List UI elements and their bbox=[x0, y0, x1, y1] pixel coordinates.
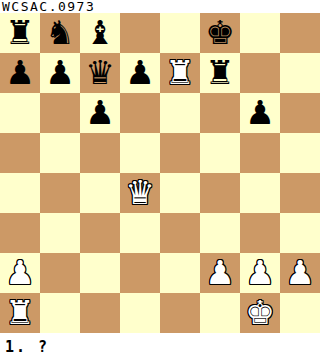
square-a1[interactable]: ♜ bbox=[0, 293, 40, 333]
black-pawn: ♟ bbox=[45, 53, 75, 93]
square-d5[interactable] bbox=[120, 133, 160, 173]
square-h3[interactable] bbox=[280, 213, 320, 253]
square-g5[interactable] bbox=[240, 133, 280, 173]
black-bishop: ♝ bbox=[85, 13, 115, 53]
square-g7[interactable] bbox=[240, 53, 280, 93]
black-pawn: ♟ bbox=[5, 53, 35, 93]
square-h8[interactable] bbox=[280, 13, 320, 53]
square-b1[interactable] bbox=[40, 293, 80, 333]
square-h5[interactable] bbox=[280, 133, 320, 173]
square-h2[interactable]: ♟ bbox=[280, 253, 320, 293]
puzzle-window: WCSAC.0973 ♜♞♝♚♟♟♛♟♜♜♟♟♛♟♟♟♟♜♚ 1. ? bbox=[0, 0, 320, 360]
square-a8[interactable]: ♜ bbox=[0, 13, 40, 53]
square-d1[interactable] bbox=[120, 293, 160, 333]
white-pawn: ♟ bbox=[245, 253, 275, 293]
square-d6[interactable] bbox=[120, 93, 160, 133]
footer-bar: 1. ? bbox=[0, 333, 320, 360]
square-c7[interactable]: ♛ bbox=[80, 53, 120, 93]
white-pawn: ♟ bbox=[285, 253, 315, 293]
square-g3[interactable] bbox=[240, 213, 280, 253]
square-d8[interactable] bbox=[120, 13, 160, 53]
square-a2[interactable]: ♟ bbox=[0, 253, 40, 293]
square-f5[interactable] bbox=[200, 133, 240, 173]
square-g1[interactable]: ♚ bbox=[240, 293, 280, 333]
square-e2[interactable] bbox=[160, 253, 200, 293]
square-e8[interactable] bbox=[160, 13, 200, 53]
black-pawn: ♟ bbox=[125, 53, 155, 93]
puzzle-id: WCSAC.0973 bbox=[0, 0, 95, 13]
header-bar: WCSAC.0973 bbox=[0, 0, 320, 13]
square-a4[interactable] bbox=[0, 173, 40, 213]
square-b3[interactable] bbox=[40, 213, 80, 253]
square-c8[interactable]: ♝ bbox=[80, 13, 120, 53]
square-a7[interactable]: ♟ bbox=[0, 53, 40, 93]
square-c6[interactable]: ♟ bbox=[80, 93, 120, 133]
square-e3[interactable] bbox=[160, 213, 200, 253]
square-g4[interactable] bbox=[240, 173, 280, 213]
square-e1[interactable] bbox=[160, 293, 200, 333]
black-pawn: ♟ bbox=[245, 93, 275, 133]
square-b2[interactable] bbox=[40, 253, 80, 293]
black-queen: ♛ bbox=[85, 53, 115, 93]
square-d3[interactable] bbox=[120, 213, 160, 253]
black-king: ♚ bbox=[205, 13, 235, 53]
square-c4[interactable] bbox=[80, 173, 120, 213]
square-e6[interactable] bbox=[160, 93, 200, 133]
square-d7[interactable]: ♟ bbox=[120, 53, 160, 93]
square-a3[interactable] bbox=[0, 213, 40, 253]
white-queen: ♛ bbox=[125, 173, 155, 213]
square-f2[interactable]: ♟ bbox=[200, 253, 240, 293]
white-rook: ♜ bbox=[5, 293, 35, 333]
square-f1[interactable] bbox=[200, 293, 240, 333]
chess-board: ♜♞♝♚♟♟♛♟♜♜♟♟♛♟♟♟♟♜♚ bbox=[0, 13, 320, 333]
square-g6[interactable]: ♟ bbox=[240, 93, 280, 133]
square-g2[interactable]: ♟ bbox=[240, 253, 280, 293]
square-b5[interactable] bbox=[40, 133, 80, 173]
square-e7[interactable]: ♜ bbox=[160, 53, 200, 93]
square-h1[interactable] bbox=[280, 293, 320, 333]
square-f6[interactable] bbox=[200, 93, 240, 133]
square-c5[interactable] bbox=[80, 133, 120, 173]
square-c2[interactable] bbox=[80, 253, 120, 293]
white-pawn: ♟ bbox=[5, 253, 35, 293]
white-rook: ♜ bbox=[165, 53, 195, 93]
square-f7[interactable]: ♜ bbox=[200, 53, 240, 93]
square-d4[interactable]: ♛ bbox=[120, 173, 160, 213]
square-d2[interactable] bbox=[120, 253, 160, 293]
white-pawn: ♟ bbox=[205, 253, 235, 293]
square-f3[interactable] bbox=[200, 213, 240, 253]
square-c1[interactable] bbox=[80, 293, 120, 333]
square-f4[interactable] bbox=[200, 173, 240, 213]
black-rook: ♜ bbox=[205, 53, 235, 93]
square-a5[interactable] bbox=[0, 133, 40, 173]
square-b8[interactable]: ♞ bbox=[40, 13, 80, 53]
square-b7[interactable]: ♟ bbox=[40, 53, 80, 93]
square-c3[interactable] bbox=[80, 213, 120, 253]
square-e5[interactable] bbox=[160, 133, 200, 173]
square-b6[interactable] bbox=[40, 93, 80, 133]
black-pawn: ♟ bbox=[85, 93, 115, 133]
square-b4[interactable] bbox=[40, 173, 80, 213]
square-h4[interactable] bbox=[280, 173, 320, 213]
black-rook: ♜ bbox=[5, 13, 35, 53]
square-g8[interactable] bbox=[240, 13, 280, 53]
move-prompt: 1. ? bbox=[0, 338, 49, 356]
black-knight: ♞ bbox=[45, 13, 75, 53]
square-a6[interactable] bbox=[0, 93, 40, 133]
square-h7[interactable] bbox=[280, 53, 320, 93]
square-h6[interactable] bbox=[280, 93, 320, 133]
square-f8[interactable]: ♚ bbox=[200, 13, 240, 53]
white-king: ♚ bbox=[245, 293, 275, 333]
square-e4[interactable] bbox=[160, 173, 200, 213]
